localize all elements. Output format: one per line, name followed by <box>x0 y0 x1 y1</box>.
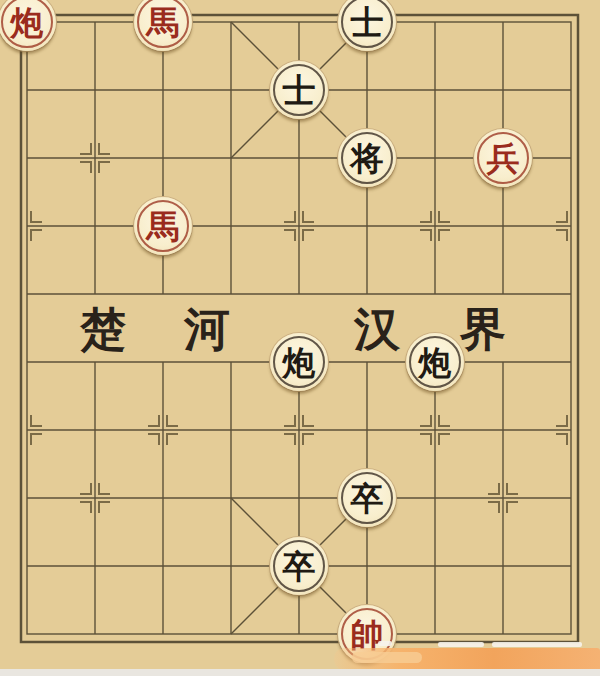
intersection-4-9[interactable] <box>265 600 333 668</box>
intersection-0-0[interactable]: 炮 <box>0 0 61 56</box>
intersection-2-7[interactable] <box>129 464 197 532</box>
intersection-6-2[interactable] <box>401 124 469 192</box>
intersection-4-4[interactable] <box>265 260 333 328</box>
intersection-3-7[interactable] <box>197 464 265 532</box>
intersection-6-0[interactable] <box>401 0 469 56</box>
river-label-char: 楚 <box>73 303 133 355</box>
piece-black-advisor[interactable]: 士 <box>270 61 328 119</box>
render-artifact-dash <box>378 641 392 646</box>
piece-black-advisor[interactable]: 士 <box>338 0 396 51</box>
intersection-3-3[interactable] <box>197 192 265 260</box>
intersection-8-7[interactable] <box>537 464 600 532</box>
xiangqi-app: 楚 河 汉 界 炮馬士士将兵馬炮炮卒卒帥 <box>0 0 600 676</box>
intersection-2-6[interactable] <box>129 396 197 464</box>
intersection-3-8[interactable] <box>197 532 265 600</box>
intersection-0-7[interactable] <box>0 464 61 532</box>
intersection-2-1[interactable] <box>129 56 197 124</box>
intersection-0-3[interactable] <box>0 192 61 260</box>
piece-red-horse[interactable]: 馬 <box>134 197 192 255</box>
intersection-7-1[interactable] <box>469 56 537 124</box>
intersection-8-5[interactable] <box>537 328 600 396</box>
intersection-5-7[interactable]: 卒 <box>333 464 401 532</box>
intersection-7-3[interactable] <box>469 192 537 260</box>
intersection-1-3[interactable] <box>61 192 129 260</box>
intersection-3-0[interactable] <box>197 0 265 56</box>
piece-black-general[interactable]: 将 <box>338 129 396 187</box>
intersection-1-0[interactable] <box>61 0 129 56</box>
intersection-6-7[interactable] <box>401 464 469 532</box>
render-artifact-dash <box>438 642 484 647</box>
intersection-8-1[interactable] <box>537 56 600 124</box>
piece-black-soldier[interactable]: 卒 <box>338 469 396 527</box>
render-artifact-dash <box>492 642 582 647</box>
piece-red-soldier[interactable]: 兵 <box>474 129 532 187</box>
intersection-1-7[interactable] <box>61 464 129 532</box>
intersection-8-4[interactable] <box>537 260 600 328</box>
intersection-6-1[interactable] <box>401 56 469 124</box>
intersection-0-9[interactable] <box>0 600 61 668</box>
render-artifact-blob <box>352 652 422 663</box>
intersection-4-8[interactable]: 卒 <box>265 532 333 600</box>
piece-black-cannon[interactable]: 炮 <box>406 333 464 391</box>
intersection-1-1[interactable] <box>61 56 129 124</box>
intersection-7-8[interactable] <box>469 532 537 600</box>
intersection-2-3[interactable]: 馬 <box>129 192 197 260</box>
piece-black-soldier[interactable]: 卒 <box>270 537 328 595</box>
intersection-6-3[interactable] <box>401 192 469 260</box>
intersection-2-9[interactable] <box>129 600 197 668</box>
intersection-1-9[interactable] <box>61 600 129 668</box>
river-label-char: 河 <box>177 303 237 355</box>
intersection-2-8[interactable] <box>129 532 197 600</box>
intersection-7-7[interactable] <box>469 464 537 532</box>
intersection-7-2[interactable]: 兵 <box>469 124 537 192</box>
intersection-0-4[interactable] <box>0 260 61 328</box>
intersection-0-8[interactable] <box>0 532 61 600</box>
intersection-5-3[interactable] <box>333 192 401 260</box>
intersection-8-3[interactable] <box>537 192 600 260</box>
intersection-4-7[interactable] <box>265 464 333 532</box>
intersection-0-1[interactable] <box>0 56 61 124</box>
river-label-char: 汉 <box>347 303 407 355</box>
intersection-3-6[interactable] <box>197 396 265 464</box>
intersection-4-0[interactable] <box>265 0 333 56</box>
intersection-8-2[interactable] <box>537 124 600 192</box>
intersection-0-5[interactable] <box>0 328 61 396</box>
intersection-4-6[interactable] <box>265 396 333 464</box>
piece-black-cannon[interactable]: 炮 <box>270 333 328 391</box>
piece-red-horse[interactable]: 馬 <box>134 0 192 51</box>
intersection-7-6[interactable] <box>469 396 537 464</box>
intersection-8-6[interactable] <box>537 396 600 464</box>
intersection-1-2[interactable] <box>61 124 129 192</box>
intersection-5-1[interactable] <box>333 56 401 124</box>
intersection-5-2[interactable]: 将 <box>333 124 401 192</box>
intersection-5-8[interactable] <box>333 532 401 600</box>
intersection-2-0[interactable]: 馬 <box>129 0 197 56</box>
intersection-5-0[interactable]: 士 <box>333 0 401 56</box>
intersection-6-8[interactable] <box>401 532 469 600</box>
intersection-4-1[interactable]: 士 <box>265 56 333 124</box>
intersection-3-1[interactable] <box>197 56 265 124</box>
intersection-6-6[interactable] <box>401 396 469 464</box>
intersection-0-2[interactable] <box>0 124 61 192</box>
intersection-4-2[interactable] <box>265 124 333 192</box>
intersection-0-6[interactable] <box>0 396 61 464</box>
intersection-3-9[interactable] <box>197 600 265 668</box>
river-label-char: 界 <box>453 303 513 355</box>
intersection-8-8[interactable] <box>537 532 600 600</box>
intersection-4-5[interactable]: 炮 <box>265 328 333 396</box>
piece-red-cannon[interactable]: 炮 <box>0 0 56 51</box>
intersection-3-2[interactable] <box>197 124 265 192</box>
intersection-7-0[interactable] <box>469 0 537 56</box>
intersection-2-2[interactable] <box>129 124 197 192</box>
intersection-4-3[interactable] <box>265 192 333 260</box>
intersection-8-0[interactable] <box>537 0 600 56</box>
intersection-1-8[interactable] <box>61 532 129 600</box>
render-artifact-strip <box>0 669 600 676</box>
intersection-5-6[interactable] <box>333 396 401 464</box>
intersection-1-6[interactable] <box>61 396 129 464</box>
